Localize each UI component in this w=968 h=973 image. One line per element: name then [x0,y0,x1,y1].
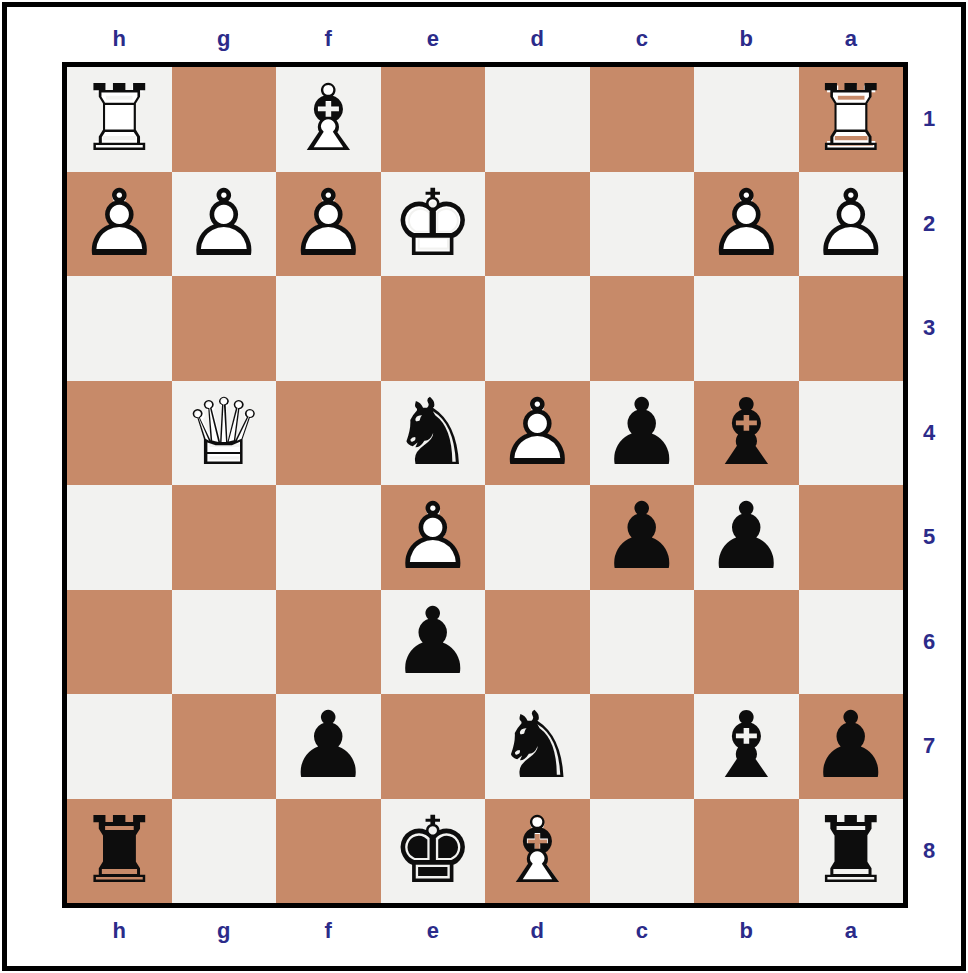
square-e1[interactable] [381,67,486,172]
piece-glyph: ♙ [381,485,486,590]
square-a3[interactable] [799,276,904,381]
square-d5[interactable] [485,485,590,590]
piece-glyph: ♝ [705,387,787,479]
square-a5[interactable] [799,485,904,590]
file-label-h: h [67,916,172,946]
rank-label-1: 1 [912,67,946,172]
rank-label-3: 3 [912,276,946,381]
black-pawn-f7: ♟ [276,694,381,799]
white-rook-a1: ♜♖ [799,67,904,172]
square-d7[interactable]: ♞ [485,694,590,799]
square-e7[interactable] [381,694,486,799]
piece-glyph: ♟ [705,491,787,583]
file-label-d: d [485,24,590,54]
white-pawn-h2: ♟♙ [67,172,172,277]
square-g1[interactable] [172,67,277,172]
piece-glyph: ♕ [172,381,277,486]
square-e4[interactable]: ♞ [381,381,486,486]
file-label-f: f [276,24,381,54]
square-d3[interactable] [485,276,590,381]
file-labels-bottom: hgfedcba [67,916,903,946]
square-e5[interactable]: ♟♙ [381,485,486,590]
black-bishop-b4: ♝ [694,381,799,486]
square-b4[interactable]: ♝ [694,381,799,486]
black-rook-a8: ♜ [799,799,904,904]
rank-label-2: 2 [912,172,946,277]
piece-glyph: ♜ [810,805,892,897]
square-c4[interactable]: ♟ [590,381,695,486]
piece-glyph: ♗ [276,67,381,172]
white-pawn-f2: ♟♙ [276,172,381,277]
file-label-c: c [590,24,695,54]
square-b3[interactable] [694,276,799,381]
square-h2[interactable]: ♟♙ [67,172,172,277]
piece-glyph: ♖ [67,67,172,172]
black-bishop-b7: ♝ [694,694,799,799]
file-label-h: h [67,24,172,54]
square-a1[interactable]: ♜♖ [799,67,904,172]
white-queen-g4: ♛♕ [172,381,277,486]
square-a7[interactable]: ♟ [799,694,904,799]
square-g2[interactable]: ♟♙ [172,172,277,277]
square-b6[interactable] [694,590,799,695]
square-g6[interactable] [172,590,277,695]
square-h1[interactable]: ♜♖ [67,67,172,172]
black-knight-d7: ♞ [485,694,590,799]
square-a6[interactable] [799,590,904,695]
rank-label-5: 5 [912,485,946,590]
square-e2[interactable]: ♚♔ [381,172,486,277]
square-g7[interactable] [172,694,277,799]
square-b1[interactable] [694,67,799,172]
square-c1[interactable] [590,67,695,172]
file-label-e: e [381,24,486,54]
square-d8[interactable]: ♝♗ [485,799,590,904]
square-e8[interactable]: ♚ [381,799,486,904]
white-pawn-a2: ♟♙ [799,172,904,277]
chess-diagram: hgfedcba 12345678 12345678 hgfedcba ♜♖♝♗… [0,0,968,973]
black-pawn-c4: ♟ [590,381,695,486]
piece-glyph: ♟ [287,700,369,792]
file-label-a: a [799,24,904,54]
black-king-e8: ♚ [381,799,486,904]
square-h3[interactable] [67,276,172,381]
piece-glyph: ♙ [799,172,904,277]
piece-glyph: ♖ [799,67,904,172]
file-label-f: f [276,916,381,946]
square-c8[interactable] [590,799,695,904]
black-knight-e4: ♞ [381,381,486,486]
square-b2[interactable]: ♟♙ [694,172,799,277]
white-bishop-f1: ♝♗ [276,67,381,172]
file-labels-top: hgfedcba [67,24,903,54]
white-king-e2: ♚♔ [381,172,486,277]
piece-glyph: ♟ [392,596,474,688]
square-c2[interactable] [590,172,695,277]
file-label-g: g [172,24,277,54]
square-c3[interactable] [590,276,695,381]
rank-label-4: 4 [912,381,946,486]
white-pawn-b2: ♟♙ [694,172,799,277]
black-pawn-e6: ♟ [381,590,486,695]
piece-glyph: ♙ [485,381,590,486]
square-g5[interactable] [172,485,277,590]
black-pawn-b5: ♟ [694,485,799,590]
square-h5[interactable] [67,485,172,590]
square-c7[interactable] [590,694,695,799]
piece-glyph: ♙ [172,172,277,277]
square-h6[interactable] [67,590,172,695]
square-f7[interactable]: ♟ [276,694,381,799]
square-g3[interactable] [172,276,277,381]
square-a8[interactable]: ♜ [799,799,904,904]
square-h7[interactable] [67,694,172,799]
square-f1[interactable]: ♝♗ [276,67,381,172]
square-e3[interactable] [381,276,486,381]
piece-glyph: ♚ [392,805,474,897]
file-label-d: d [485,916,590,946]
file-label-b: b [694,24,799,54]
square-c6[interactable] [590,590,695,695]
piece-glyph: ♞ [392,387,474,479]
black-pawn-c5: ♟ [590,485,695,590]
rank-labels-right: 12345678 [912,67,946,903]
square-f2[interactable]: ♟♙ [276,172,381,277]
rank-label-7: 7 [912,694,946,799]
white-pawn-d4: ♟♙ [485,381,590,486]
black-pawn-a7: ♟ [799,694,904,799]
piece-glyph: ♙ [67,172,172,277]
square-a4[interactable] [799,381,904,486]
square-h4[interactable] [67,381,172,486]
square-f3[interactable] [276,276,381,381]
file-label-b: b [694,916,799,946]
black-rook-h8: ♜ [67,799,172,904]
square-d2[interactable] [485,172,590,277]
square-f4[interactable] [276,381,381,486]
rank-label-8: 8 [912,799,946,904]
square-f6[interactable] [276,590,381,695]
square-d6[interactable] [485,590,590,695]
square-b8[interactable] [694,799,799,904]
piece-glyph: ♙ [694,172,799,277]
square-g4[interactable]: ♛♕ [172,381,277,486]
square-e6[interactable]: ♟ [381,590,486,695]
piece-glyph: ♔ [381,172,486,277]
square-g8[interactable] [172,799,277,904]
square-d1[interactable] [485,67,590,172]
chess-board: ♜♖♝♗♜♖♟♙♟♙♟♙♚♔♟♙♟♙♛♕♞♟♙♟♝♟♙♟♟♟♟♞♝♟♜♚♝♗♜ [62,62,908,908]
square-f5[interactable] [276,485,381,590]
square-b5[interactable]: ♟ [694,485,799,590]
white-rook-h1: ♜♖ [67,67,172,172]
piece-glyph: ♟ [810,700,892,792]
square-d4[interactable]: ♟♙ [485,381,590,486]
piece-glyph: ♙ [276,172,381,277]
square-h8[interactable]: ♜ [67,799,172,904]
file-label-e: e [381,916,486,946]
piece-glyph: ♟ [601,491,683,583]
file-label-a: a [799,916,904,946]
piece-glyph: ♝ [705,700,787,792]
square-b7[interactable]: ♝ [694,694,799,799]
file-label-c: c [590,916,695,946]
white-pawn-e5: ♟♙ [381,485,486,590]
piece-glyph: ♞ [496,700,578,792]
file-label-g: g [172,916,277,946]
square-c5[interactable]: ♟ [590,485,695,590]
square-f8[interactable] [276,799,381,904]
white-pawn-g2: ♟♙ [172,172,277,277]
white-bishop-d8: ♝♗ [485,799,590,904]
rank-label-6: 6 [912,590,946,695]
square-a2[interactable]: ♟♙ [799,172,904,277]
piece-glyph: ♟ [601,387,683,479]
piece-glyph: ♜ [78,805,160,897]
piece-glyph: ♗ [485,799,590,904]
